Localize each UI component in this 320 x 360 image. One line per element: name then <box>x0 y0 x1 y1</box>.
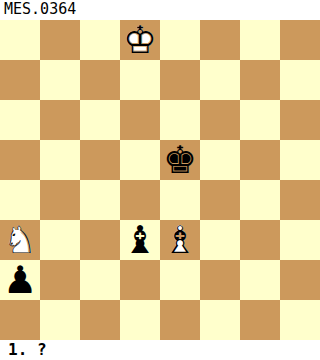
black-pawn-glyph: ♟ <box>0 260 40 300</box>
square-e4[interactable] <box>160 180 200 220</box>
square-d2[interactable] <box>120 260 160 300</box>
piece-black-king[interactable]: ♚ <box>160 140 200 180</box>
move-prompt: 1. ? <box>0 340 320 360</box>
square-f8[interactable] <box>200 20 240 60</box>
square-h8[interactable] <box>280 20 320 60</box>
square-h1[interactable] <box>280 300 320 340</box>
piece-black-pawn[interactable]: ♟ <box>0 260 40 300</box>
square-g3[interactable] <box>240 220 280 260</box>
square-a8[interactable] <box>0 20 40 60</box>
square-d3[interactable]: ♝ <box>120 220 160 260</box>
square-e8[interactable] <box>160 20 200 60</box>
black-bishop-glyph: ♝ <box>120 220 160 260</box>
square-c5[interactable] <box>80 140 120 180</box>
square-e7[interactable] <box>160 60 200 100</box>
piece-white-bishop[interactable]: ♝♗ <box>160 220 200 260</box>
square-g5[interactable] <box>240 140 280 180</box>
white-bishop-outline: ♗ <box>160 220 200 260</box>
square-g1[interactable] <box>240 300 280 340</box>
square-b6[interactable] <box>40 100 80 140</box>
square-e1[interactable] <box>160 300 200 340</box>
square-a2[interactable]: ♟ <box>0 260 40 300</box>
white-knight-outline: ♘ <box>0 220 40 260</box>
square-f3[interactable] <box>200 220 240 260</box>
square-f1[interactable] <box>200 300 240 340</box>
square-a1[interactable] <box>0 300 40 340</box>
square-d7[interactable] <box>120 60 160 100</box>
square-f7[interactable] <box>200 60 240 100</box>
square-g8[interactable] <box>240 20 280 60</box>
square-f6[interactable] <box>200 100 240 140</box>
square-h5[interactable] <box>280 140 320 180</box>
square-d6[interactable] <box>120 100 160 140</box>
puzzle-id: MES.0364 <box>0 0 320 20</box>
square-g4[interactable] <box>240 180 280 220</box>
square-g2[interactable] <box>240 260 280 300</box>
square-h7[interactable] <box>280 60 320 100</box>
square-h6[interactable] <box>280 100 320 140</box>
square-e2[interactable] <box>160 260 200 300</box>
square-b8[interactable] <box>40 20 80 60</box>
square-a5[interactable] <box>0 140 40 180</box>
piece-black-bishop[interactable]: ♝ <box>120 220 160 260</box>
piece-white-knight[interactable]: ♞♘ <box>0 220 40 260</box>
square-f4[interactable] <box>200 180 240 220</box>
square-g7[interactable] <box>240 60 280 100</box>
square-a3[interactable]: ♞♘ <box>0 220 40 260</box>
square-c8[interactable] <box>80 20 120 60</box>
square-h2[interactable] <box>280 260 320 300</box>
square-h3[interactable] <box>280 220 320 260</box>
square-c6[interactable] <box>80 100 120 140</box>
square-d1[interactable] <box>120 300 160 340</box>
square-c4[interactable] <box>80 180 120 220</box>
square-a6[interactable] <box>0 100 40 140</box>
square-b1[interactable] <box>40 300 80 340</box>
square-f5[interactable] <box>200 140 240 180</box>
square-d4[interactable] <box>120 180 160 220</box>
piece-white-king[interactable]: ♚♔ <box>120 20 160 60</box>
square-g6[interactable] <box>240 100 280 140</box>
square-h4[interactable] <box>280 180 320 220</box>
square-a4[interactable] <box>0 180 40 220</box>
square-d5[interactable] <box>120 140 160 180</box>
square-e3[interactable]: ♝♗ <box>160 220 200 260</box>
square-b3[interactable] <box>40 220 80 260</box>
square-b7[interactable] <box>40 60 80 100</box>
square-b4[interactable] <box>40 180 80 220</box>
square-e6[interactable] <box>160 100 200 140</box>
square-d8[interactable]: ♚♔ <box>120 20 160 60</box>
square-c7[interactable] <box>80 60 120 100</box>
square-b2[interactable] <box>40 260 80 300</box>
square-f2[interactable] <box>200 260 240 300</box>
square-c2[interactable] <box>80 260 120 300</box>
square-c1[interactable] <box>80 300 120 340</box>
square-b5[interactable] <box>40 140 80 180</box>
white-king-outline: ♔ <box>120 20 160 60</box>
square-c3[interactable] <box>80 220 120 260</box>
black-king-glyph: ♚ <box>160 140 200 180</box>
square-e5[interactable]: ♚ <box>160 140 200 180</box>
chess-board: ♚♔♚♞♘♝♝♗♟ <box>0 20 320 340</box>
chess-diagram-page: MES.0364 ♚♔♚♞♘♝♝♗♟ 1. ? <box>0 0 320 360</box>
square-a7[interactable] <box>0 60 40 100</box>
